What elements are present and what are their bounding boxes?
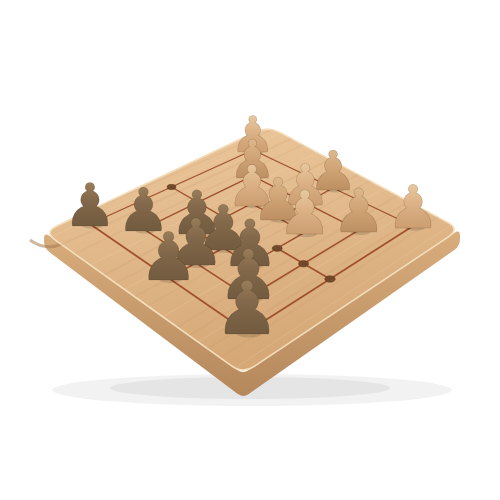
- hole-d2[interactable]: [299, 261, 309, 267]
- hole-d1[interactable]: [325, 276, 336, 283]
- board-scene: ♟♟♟♟♟♟♟♟♟♟♟♟♟♟♟♟♟♟: [0, 0, 500, 500]
- peg-light-g1[interactable]: ♟: [386, 172, 440, 242]
- product-photo: ♟♟♟♟♟♟♟♟♟♟♟♟♟♟♟♟♟♟: [0, 0, 500, 500]
- peg-dark-a7[interactable]: ♟: [63, 171, 116, 240]
- peg-dark-a1[interactable]: ♟: [214, 266, 280, 351]
- pegs: ♟♟♟♟♟♟♟♟♟♟♟♟♟♟♟♟♟♟: [63, 106, 440, 351]
- peg-light-e3[interactable]: ♟: [277, 178, 331, 248]
- peg-dark-a4[interactable]: ♟: [139, 218, 199, 296]
- peg-light-f2[interactable]: ♟: [332, 176, 386, 246]
